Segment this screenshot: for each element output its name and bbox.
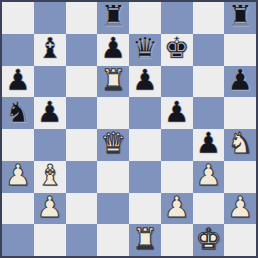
square-a1[interactable] <box>2 224 34 256</box>
square-d3[interactable] <box>97 161 129 193</box>
piece-black-pawn[interactable]: ♟ <box>2 66 34 97</box>
piece-black-rook[interactable]: ♜ <box>97 2 129 33</box>
piece-black-queen[interactable]: ♛ <box>129 34 161 65</box>
square-a8[interactable] <box>2 2 34 34</box>
square-b7[interactable]: ♝ <box>34 34 66 66</box>
square-h5[interactable] <box>224 97 256 129</box>
square-b2[interactable]: ♟ <box>34 193 66 225</box>
square-f1[interactable] <box>161 224 193 256</box>
square-c6[interactable] <box>66 66 98 98</box>
square-e7[interactable]: ♛ <box>129 34 161 66</box>
square-b6[interactable] <box>34 66 66 98</box>
square-a4[interactable] <box>2 129 34 161</box>
square-c1[interactable] <box>66 224 98 256</box>
square-a5[interactable]: ♞ <box>2 97 34 129</box>
square-e4[interactable] <box>129 129 161 161</box>
piece-black-pawn[interactable]: ♟ <box>193 129 225 160</box>
piece-black-knight[interactable]: ♞ <box>2 97 34 128</box>
piece-white-pawn[interactable]: ♟ <box>2 161 34 192</box>
piece-black-bishop[interactable]: ♝ <box>34 34 66 65</box>
square-c7[interactable] <box>66 34 98 66</box>
square-f4[interactable] <box>161 129 193 161</box>
square-f8[interactable] <box>161 2 193 34</box>
piece-white-bishop[interactable]: ♝ <box>34 161 66 192</box>
square-c4[interactable] <box>66 129 98 161</box>
piece-white-rook[interactable]: ♜ <box>129 224 161 255</box>
square-c3[interactable] <box>66 161 98 193</box>
square-h3[interactable] <box>224 161 256 193</box>
piece-black-pawn[interactable]: ♟ <box>97 34 129 65</box>
square-b1[interactable] <box>34 224 66 256</box>
square-a2[interactable] <box>2 193 34 225</box>
square-h4[interactable]: ♞ <box>224 129 256 161</box>
square-e1[interactable]: ♜ <box>129 224 161 256</box>
square-f2[interactable]: ♟ <box>161 193 193 225</box>
square-d4[interactable]: ♛ <box>97 129 129 161</box>
square-h1[interactable] <box>224 224 256 256</box>
square-f7[interactable]: ♚ <box>161 34 193 66</box>
piece-white-queen[interactable]: ♛ <box>97 129 129 160</box>
square-b3[interactable]: ♝ <box>34 161 66 193</box>
square-b5[interactable]: ♟ <box>34 97 66 129</box>
square-g3[interactable]: ♟ <box>193 161 225 193</box>
square-g6[interactable] <box>193 66 225 98</box>
square-d2[interactable] <box>97 193 129 225</box>
chess-board: ♜♜♝♟♛♚♟♜♟♟♞♟♟♛♟♞♟♝♟♟♟♟♜♚ <box>0 0 258 258</box>
chess-app: ♜♜♝♟♛♚♟♜♟♟♞♟♟♛♟♞♟♝♟♟♟♟♜♚ <box>0 0 258 258</box>
square-b8[interactable] <box>34 2 66 34</box>
square-h6[interactable]: ♟ <box>224 66 256 98</box>
piece-white-pawn[interactable]: ♟ <box>34 193 66 224</box>
square-e5[interactable] <box>129 97 161 129</box>
square-a7[interactable] <box>2 34 34 66</box>
square-g4[interactable]: ♟ <box>193 129 225 161</box>
square-f6[interactable] <box>161 66 193 98</box>
piece-white-rook[interactable]: ♜ <box>97 66 129 97</box>
square-c8[interactable] <box>66 2 98 34</box>
piece-white-pawn[interactable]: ♟ <box>224 193 256 224</box>
square-d5[interactable] <box>97 97 129 129</box>
piece-black-pawn[interactable]: ♟ <box>224 66 256 97</box>
square-h7[interactable] <box>224 34 256 66</box>
square-e8[interactable] <box>129 2 161 34</box>
square-c5[interactable] <box>66 97 98 129</box>
piece-black-pawn[interactable]: ♟ <box>161 97 193 128</box>
square-g7[interactable] <box>193 34 225 66</box>
square-a6[interactable]: ♟ <box>2 66 34 98</box>
square-h8[interactable]: ♜ <box>224 2 256 34</box>
square-d7[interactable]: ♟ <box>97 34 129 66</box>
square-a3[interactable]: ♟ <box>2 161 34 193</box>
square-h2[interactable]: ♟ <box>224 193 256 225</box>
square-g8[interactable] <box>193 2 225 34</box>
square-b4[interactable] <box>34 129 66 161</box>
piece-black-king[interactable]: ♚ <box>161 34 193 65</box>
square-d1[interactable] <box>97 224 129 256</box>
piece-white-pawn[interactable]: ♟ <box>161 193 193 224</box>
piece-white-pawn[interactable]: ♟ <box>193 161 225 192</box>
square-d8[interactable]: ♜ <box>97 2 129 34</box>
square-d6[interactable]: ♜ <box>97 66 129 98</box>
square-e3[interactable] <box>129 161 161 193</box>
piece-white-knight[interactable]: ♞ <box>224 129 256 160</box>
square-g5[interactable] <box>193 97 225 129</box>
piece-black-pawn[interactable]: ♟ <box>34 97 66 128</box>
piece-black-pawn[interactable]: ♟ <box>129 66 161 97</box>
square-f5[interactable]: ♟ <box>161 97 193 129</box>
square-f3[interactable] <box>161 161 193 193</box>
piece-black-rook[interactable]: ♜ <box>224 2 256 33</box>
square-e2[interactable] <box>129 193 161 225</box>
piece-white-king[interactable]: ♚ <box>193 224 225 255</box>
square-e6[interactable]: ♟ <box>129 66 161 98</box>
square-c2[interactable] <box>66 193 98 225</box>
square-g2[interactable] <box>193 193 225 225</box>
square-g1[interactable]: ♚ <box>193 224 225 256</box>
